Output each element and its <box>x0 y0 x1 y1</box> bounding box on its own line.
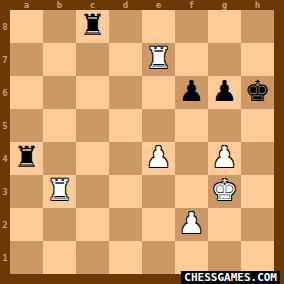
square-a7 <box>10 43 43 76</box>
piece-white-rook-b3: ♜ <box>47 176 73 205</box>
square-g1 <box>208 241 241 274</box>
file-label-f: f <box>175 0 208 10</box>
square-c5 <box>76 109 109 142</box>
square-f4 <box>175 142 208 175</box>
square-b8 <box>43 10 76 43</box>
square-b6 <box>43 76 76 109</box>
piece-white-pawn-g4: ♟ <box>212 143 238 172</box>
square-c1 <box>76 241 109 274</box>
square-e1 <box>142 241 175 274</box>
square-c4 <box>76 142 109 175</box>
square-b4 <box>43 142 76 175</box>
square-e3 <box>142 175 175 208</box>
square-d1 <box>109 241 142 274</box>
square-d4 <box>109 142 142 175</box>
rank-label-2: 2 <box>0 208 10 241</box>
file-label-a: a <box>10 0 43 10</box>
square-g6: ♟ <box>208 76 241 109</box>
square-c3 <box>76 175 109 208</box>
square-a2 <box>10 208 43 241</box>
square-d7 <box>109 43 142 76</box>
file-label-g: g <box>208 0 241 10</box>
square-c2 <box>76 208 109 241</box>
file-label-e: e <box>142 0 175 10</box>
square-g4: ♟ <box>208 142 241 175</box>
square-h7 <box>241 43 274 76</box>
square-f2: ♟ <box>175 208 208 241</box>
square-e5 <box>142 109 175 142</box>
square-c8: ♜ <box>76 10 109 43</box>
square-b3: ♜ <box>43 175 76 208</box>
square-b5 <box>43 109 76 142</box>
square-c6 <box>76 76 109 109</box>
square-d6 <box>109 76 142 109</box>
rank-label-5: 5 <box>0 109 10 142</box>
piece-black-rook-a4: ♜ <box>14 143 40 172</box>
rank-label-8: 8 <box>0 10 10 43</box>
square-g8 <box>208 10 241 43</box>
file-label-d: d <box>109 0 142 10</box>
rank-labels: 87654321 <box>0 10 10 274</box>
square-g3: ♚ <box>208 175 241 208</box>
square-c7 <box>76 43 109 76</box>
square-h2 <box>241 208 274 241</box>
square-g7 <box>208 43 241 76</box>
square-d2 <box>109 208 142 241</box>
file-label-b: b <box>43 0 76 10</box>
piece-black-pawn-g6: ♟ <box>212 77 238 106</box>
square-h4 <box>241 142 274 175</box>
file-label-h: h <box>241 0 274 10</box>
square-h3 <box>241 175 274 208</box>
square-g5 <box>208 109 241 142</box>
square-f5 <box>175 109 208 142</box>
piece-black-rook-c8: ♜ <box>80 11 106 40</box>
square-a3 <box>10 175 43 208</box>
square-g2 <box>208 208 241 241</box>
square-a5 <box>10 109 43 142</box>
piece-white-pawn-f2: ♟ <box>179 209 205 238</box>
square-e4: ♟ <box>142 142 175 175</box>
rank-label-3: 3 <box>0 175 10 208</box>
square-h5 <box>241 109 274 142</box>
square-e8 <box>142 10 175 43</box>
piece-white-king-g3: ♚ <box>212 176 238 205</box>
square-h1 <box>241 241 274 274</box>
square-a4: ♜ <box>10 142 43 175</box>
square-b2 <box>43 208 76 241</box>
square-h6: ♚ <box>241 76 274 109</box>
square-a6 <box>10 76 43 109</box>
piece-black-pawn-f6: ♟ <box>179 77 205 106</box>
square-a8 <box>10 10 43 43</box>
square-e2 <box>142 208 175 241</box>
square-a1 <box>10 241 43 274</box>
piece-white-rook-e7: ♜ <box>146 44 172 73</box>
rank-label-7: 7 <box>0 43 10 76</box>
square-f1 <box>175 241 208 274</box>
chess-diagram: abcdefgh 87654321 ♜♜♟♟♚♜♟♟♜♚♟ CHESSGAMES… <box>0 0 284 284</box>
square-f3 <box>175 175 208 208</box>
rank-label-1: 1 <box>0 241 10 274</box>
square-f8 <box>175 10 208 43</box>
rank-label-4: 4 <box>0 142 10 175</box>
piece-black-king-h6: ♚ <box>245 77 271 106</box>
chess-board: ♜♜♟♟♚♜♟♟♜♚♟ <box>10 10 274 274</box>
chessgames-watermark: CHESSGAMES.COM <box>181 271 280 284</box>
rank-label-6: 6 <box>0 76 10 109</box>
square-d5 <box>109 109 142 142</box>
square-b1 <box>43 241 76 274</box>
square-h8 <box>241 10 274 43</box>
piece-white-pawn-e4: ♟ <box>146 143 172 172</box>
square-f7 <box>175 43 208 76</box>
square-e6 <box>142 76 175 109</box>
file-labels: abcdefgh <box>10 0 274 10</box>
square-b7 <box>43 43 76 76</box>
square-f6: ♟ <box>175 76 208 109</box>
square-d8 <box>109 10 142 43</box>
square-e7: ♜ <box>142 43 175 76</box>
square-d3 <box>109 175 142 208</box>
